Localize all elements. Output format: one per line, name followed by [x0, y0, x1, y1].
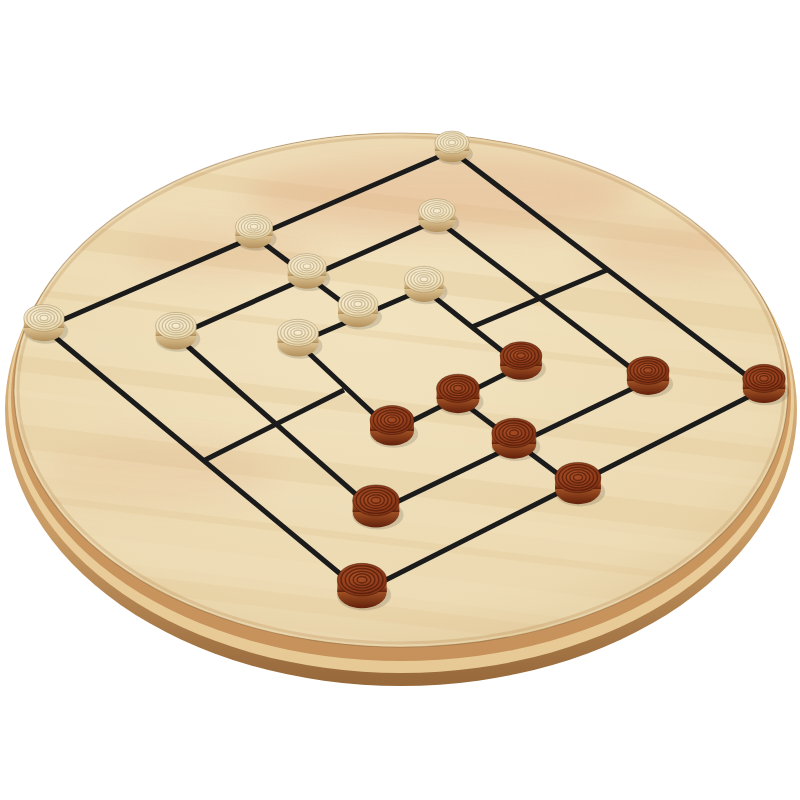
morris-board	[0, 0, 800, 800]
piece-black-g1[interactable]	[337, 563, 391, 610]
point-d6[interactable]	[532, 290, 552, 310]
product-photo	[0, 0, 800, 800]
point-d7[interactable]	[597, 260, 617, 280]
point-d5[interactable]	[462, 317, 482, 337]
point-d2[interactable]	[266, 414, 286, 434]
point-d3[interactable]	[334, 380, 354, 400]
point-d1[interactable]	[193, 451, 213, 471]
